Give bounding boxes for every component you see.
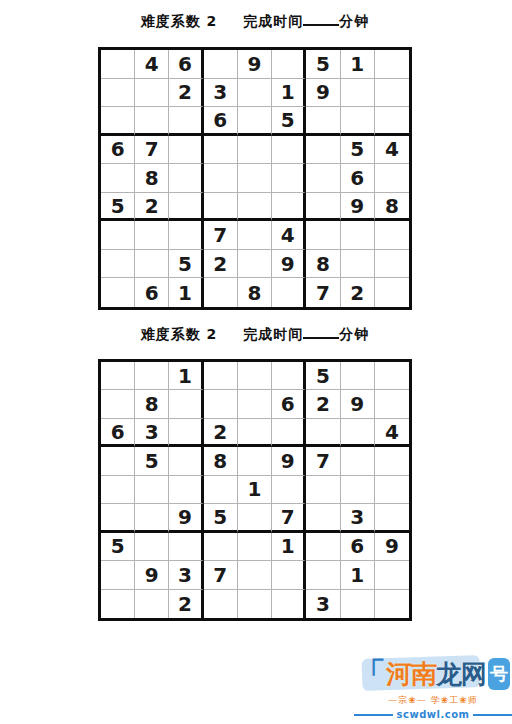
sudoku-cell-r7c1: 5: [101, 533, 135, 561]
sudoku-cell-r3c6: 5: [272, 107, 306, 136]
sudoku-cell-r7c1[interactable]: [101, 221, 135, 250]
difficulty-label: 难度系数 2: [141, 326, 218, 342]
site-domain: scwdwl.com: [397, 709, 470, 720]
sudoku-cell-r2c1[interactable]: [101, 79, 135, 108]
sudoku-cell-r5c3[interactable]: [169, 164, 203, 193]
sudoku-cell-r5c7[interactable]: [306, 476, 340, 504]
sudoku-cell-r8c5[interactable]: [238, 561, 272, 589]
site-domain-row: scwdwl.com: [354, 709, 512, 720]
sudoku-cell-r8c1[interactable]: [101, 250, 135, 279]
sudoku-cell-r5c3[interactable]: [169, 476, 203, 504]
sudoku-cell-r7c2[interactable]: [135, 533, 169, 561]
sudoku-cell-r2c1[interactable]: [101, 390, 135, 418]
sudoku-cell-r5c1[interactable]: [101, 476, 135, 504]
sudoku-cell-r8c9[interactable]: [375, 250, 409, 279]
sudoku-cell-r5c2[interactable]: [135, 476, 169, 504]
sudoku-cell-r3c9[interactable]: [375, 107, 409, 136]
sudoku-cell-r2c9[interactable]: [375, 79, 409, 108]
sudoku-cell-r3c7[interactable]: [306, 419, 340, 447]
sudoku-cell-r2c5[interactable]: [238, 79, 272, 108]
sudoku-cell-r3c4: 6: [204, 107, 238, 136]
sudoku-cell-r6c9[interactable]: [375, 504, 409, 532]
sudoku-cell-r3c8[interactable]: [341, 419, 375, 447]
sudoku-cell-r7c2[interactable]: [135, 221, 169, 250]
puzzle-2-title: 难度系数 2完成时间分钟: [98, 326, 412, 344]
sudoku-cell-r1c9[interactable]: [375, 362, 409, 390]
sudoku-cell-r1c2[interactable]: [135, 362, 169, 390]
sudoku-cell-r2c6: 6: [272, 390, 306, 418]
sudoku-cell-r2c6: 1: [272, 79, 306, 108]
sudoku-cell-r7c6: 1: [272, 533, 306, 561]
sudoku-cell-r3c3[interactable]: [169, 419, 203, 447]
sudoku-cell-r8c8[interactable]: [341, 250, 375, 279]
sudoku-cell-r2c2[interactable]: [135, 79, 169, 108]
sudoku-cell-r4c2: 7: [135, 136, 169, 165]
time-blank-line: [303, 15, 339, 26]
sudoku-cell-r2c7: 2: [306, 390, 340, 418]
difficulty-label: 难度系数 2: [141, 13, 218, 29]
sudoku-cell-r1c3: 6: [169, 50, 203, 79]
sudoku-cell-r5c8[interactable]: [341, 476, 375, 504]
sudoku-cell-r9c3: 2: [169, 590, 203, 618]
site-name: 河南龙网: [386, 657, 486, 692]
sudoku-cell-r1c7: 5: [306, 362, 340, 390]
site-name-left: 河南: [386, 659, 436, 689]
sudoku-cell-r8c6[interactable]: [272, 561, 306, 589]
sudoku-cell-r8c7[interactable]: [306, 561, 340, 589]
sudoku-cell-r5c9[interactable]: [375, 164, 409, 193]
sudoku-cell-r7c7[interactable]: [306, 221, 340, 250]
sudoku-cell-r3c9: 4: [375, 419, 409, 447]
sudoku-cell-r8c2: 9: [135, 561, 169, 589]
sudoku-cell-r4c1[interactable]: [101, 447, 135, 475]
time-suffix: 分钟: [339, 13, 369, 29]
sudoku-cell-r7c5[interactable]: [238, 221, 272, 250]
sudoku-cell-r4c7: 7: [306, 447, 340, 475]
sudoku-cell-r3c6[interactable]: [272, 419, 306, 447]
sudoku-cell-r9c6[interactable]: [272, 590, 306, 618]
sudoku-cell-r5c2: 8: [135, 164, 169, 193]
sudoku-cell-r8c4: 2: [204, 250, 238, 279]
sudoku-cell-r8c1[interactable]: [101, 561, 135, 589]
sudoku-cell-r6c1[interactable]: [101, 504, 135, 532]
sudoku-cell-r5c1[interactable]: [101, 164, 135, 193]
sudoku-cell-r5c9[interactable]: [375, 476, 409, 504]
sudoku-cell-r6c8: 3: [341, 504, 375, 532]
sudoku-cell-r7c3[interactable]: [169, 221, 203, 250]
sudoku-cell-r1c4[interactable]: [204, 362, 238, 390]
sudoku-cell-r6c7[interactable]: [306, 193, 340, 222]
sudoku-cell-r3c8[interactable]: [341, 107, 375, 136]
time-suffix: 分钟: [339, 326, 369, 342]
sudoku-cell-r1c6[interactable]: [272, 362, 306, 390]
worksheet: 难度系数 2完成时间分钟 469512319656754865298745298…: [0, 0, 512, 621]
sudoku-cell-r4c4[interactable]: [204, 136, 238, 165]
sudoku-cell-r1c3: 1: [169, 362, 203, 390]
sudoku-cell-r6c1: 5: [101, 193, 135, 222]
sudoku-cell-r4c8: 5: [341, 136, 375, 165]
site-logo: 「 河南龙网 号: [354, 655, 512, 693]
sudoku-cell-r9c3: 1: [169, 278, 203, 307]
sudoku-cell-r4c9[interactable]: [375, 447, 409, 475]
sudoku-cell-r2c8[interactable]: [341, 79, 375, 108]
site-slogan: —宗❀— 学❀工❀师: [354, 694, 512, 707]
sudoku-cell-r6c2[interactable]: [135, 504, 169, 532]
sudoku-cell-r4c4: 8: [204, 447, 238, 475]
sudoku-cell-r5c4[interactable]: [204, 164, 238, 193]
sudoku-cell-r6c4[interactable]: [204, 193, 238, 222]
sudoku-cell-r4c8[interactable]: [341, 447, 375, 475]
sudoku-cell-r8c6: 9: [272, 250, 306, 279]
sudoku-cell-r7c8: 6: [341, 533, 375, 561]
sudoku-cell-r8c7: 8: [306, 250, 340, 279]
sudoku-cell-r2c4[interactable]: [204, 390, 238, 418]
site-watermark: 「 河南龙网 号 —宗❀— 学❀工❀师 scwdwl.com: [354, 655, 512, 720]
sudoku-cell-r1c7: 5: [306, 50, 340, 79]
sudoku-cell-r2c7: 9: [306, 79, 340, 108]
sudoku-cell-r9c5: 8: [238, 278, 272, 307]
sudoku-cell-r1c9[interactable]: [375, 50, 409, 79]
sudoku-board-2: 15862963245897195735169937123: [98, 359, 412, 621]
sudoku-cell-r9c8: 2: [341, 278, 375, 307]
sudoku-cell-r2c2: 8: [135, 390, 169, 418]
sudoku-cell-r8c9[interactable]: [375, 561, 409, 589]
sudoku-cell-r9c9[interactable]: [375, 278, 409, 307]
sudoku-cell-r7c3[interactable]: [169, 533, 203, 561]
time-prefix: 完成时间: [243, 13, 303, 29]
sudoku-cell-r7c7[interactable]: [306, 533, 340, 561]
sudoku-cell-r7c9[interactable]: [375, 221, 409, 250]
sudoku-cell-r1c1[interactable]: [101, 362, 135, 390]
sudoku-cell-r4c3[interactable]: [169, 136, 203, 165]
sudoku-cell-r7c4[interactable]: [204, 533, 238, 561]
sudoku-cell-r5c6[interactable]: [272, 164, 306, 193]
site-seal-icon: 号: [488, 658, 510, 690]
sudoku-cell-r4c3[interactable]: [169, 447, 203, 475]
sudoku-cell-r7c6: 4: [272, 221, 306, 250]
sudoku-cell-r3c7[interactable]: [306, 107, 340, 136]
sudoku-cell-r6c9: 8: [375, 193, 409, 222]
sudoku-cell-r4c1: 6: [101, 136, 135, 165]
sudoku-cell-r1c8[interactable]: [341, 362, 375, 390]
sudoku-cell-r2c3: 2: [169, 79, 203, 108]
sudoku-cell-r6c3[interactable]: [169, 193, 203, 222]
sudoku-board-1: 46951231965675486529874529861872: [98, 47, 412, 310]
sudoku-cell-r8c5[interactable]: [238, 250, 272, 279]
sudoku-cell-r1c8: 1: [341, 50, 375, 79]
sudoku-cell-r9c4[interactable]: [204, 278, 238, 307]
site-name-right: 龙网: [436, 659, 486, 689]
sudoku-cell-r4c2: 5: [135, 447, 169, 475]
sudoku-cell-r8c3: 3: [169, 561, 203, 589]
sudoku-cell-r9c9[interactable]: [375, 590, 409, 618]
sudoku-cell-r5c4[interactable]: [204, 476, 238, 504]
sudoku-cell-r4c6[interactable]: [272, 136, 306, 165]
sudoku-cell-r6c3: 9: [169, 504, 203, 532]
sudoku-cell-r9c4[interactable]: [204, 590, 238, 618]
sudoku-cell-r7c8[interactable]: [341, 221, 375, 250]
sudoku-cell-r6c2: 2: [135, 193, 169, 222]
sudoku-cell-r4c6: 9: [272, 447, 306, 475]
sudoku-cell-r3c5[interactable]: [238, 107, 272, 136]
sudoku-cell-r6c6: 7: [272, 504, 306, 532]
sudoku-cell-r2c4: 3: [204, 79, 238, 108]
sudoku-cell-r2c9[interactable]: [375, 390, 409, 418]
domain-rule-right: [473, 714, 512, 716]
sudoku-cell-r3c1: 6: [101, 419, 135, 447]
sudoku-cell-r1c2: 4: [135, 50, 169, 79]
sudoku-cell-r3c2: 3: [135, 419, 169, 447]
sudoku-cell-r4c7[interactable]: [306, 136, 340, 165]
sudoku-cell-r8c2[interactable]: [135, 250, 169, 279]
time-prefix: 完成时间: [243, 326, 303, 342]
sudoku-cell-r9c7: 7: [306, 278, 340, 307]
sudoku-cell-r6c8: 9: [341, 193, 375, 222]
sudoku-cell-r7c4: 7: [204, 221, 238, 250]
sudoku-cell-r9c8[interactable]: [341, 590, 375, 618]
sudoku-cell-r1c5: 9: [238, 50, 272, 79]
sudoku-cell-r8c8: 1: [341, 561, 375, 589]
sudoku-cell-r6c7[interactable]: [306, 504, 340, 532]
sudoku-cell-r6c6[interactable]: [272, 193, 306, 222]
domain-rule-left: [354, 714, 393, 716]
sudoku-cell-r7c9: 9: [375, 533, 409, 561]
sudoku-cell-r4c5[interactable]: [238, 447, 272, 475]
sudoku-cell-r3c2[interactable]: [135, 107, 169, 136]
sudoku-cell-r8c3: 5: [169, 250, 203, 279]
sudoku-cell-r2c3[interactable]: [169, 390, 203, 418]
sudoku-cell-r5c7[interactable]: [306, 164, 340, 193]
sudoku-cell-r9c5[interactable]: [238, 590, 272, 618]
sudoku-cell-r2c5[interactable]: [238, 390, 272, 418]
sudoku-cell-r1c4[interactable]: [204, 50, 238, 79]
sudoku-cell-r3c5[interactable]: [238, 419, 272, 447]
time-blank-line: [303, 328, 339, 339]
sudoku-cell-r5c5: 1: [238, 476, 272, 504]
sudoku-cell-r3c4: 2: [204, 419, 238, 447]
sudoku-cell-r1c1[interactable]: [101, 50, 135, 79]
sudoku-cell-r5c5[interactable]: [238, 164, 272, 193]
sudoku-cell-r4c9: 4: [375, 136, 409, 165]
sudoku-cell-r5c8: 6: [341, 164, 375, 193]
sudoku-cell-r6c5[interactable]: [238, 504, 272, 532]
sudoku-cell-r7c5[interactable]: [238, 533, 272, 561]
sudoku-cell-r8c4: 7: [204, 561, 238, 589]
sudoku-cell-r6c5[interactable]: [238, 193, 272, 222]
sudoku-cell-r9c1[interactable]: [101, 590, 135, 618]
sudoku-cell-r1c6[interactable]: [272, 50, 306, 79]
bracket-icon: 「: [354, 659, 386, 689]
puzzle-1-title: 难度系数 2完成时间分钟: [98, 13, 412, 31]
sudoku-cell-r4c5[interactable]: [238, 136, 272, 165]
sudoku-cell-r9c2[interactable]: [135, 590, 169, 618]
sudoku-cell-r6c4: 5: [204, 504, 238, 532]
sudoku-cell-r9c6[interactable]: [272, 278, 306, 307]
sudoku-cell-r5c6[interactable]: [272, 476, 306, 504]
sudoku-cell-r3c1[interactable]: [101, 107, 135, 136]
sudoku-cell-r3c3[interactable]: [169, 107, 203, 136]
sudoku-cell-r9c1[interactable]: [101, 278, 135, 307]
sudoku-cell-r9c2: 6: [135, 278, 169, 307]
sudoku-cell-r1c5[interactable]: [238, 362, 272, 390]
sudoku-cell-r2c8: 9: [341, 390, 375, 418]
sudoku-cell-r9c7: 3: [306, 590, 340, 618]
